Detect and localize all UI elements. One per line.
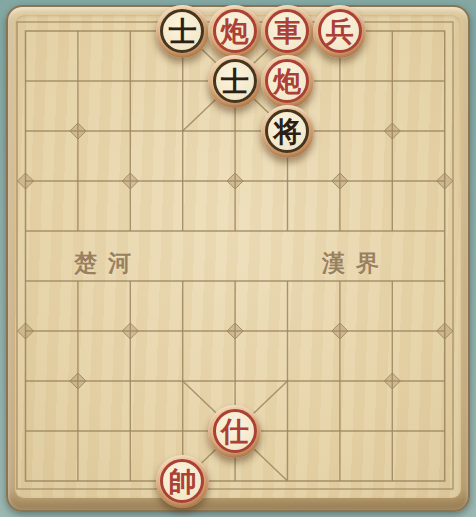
piece-character: 兵 bbox=[326, 18, 354, 46]
piece-black-general[interactable]: 将 bbox=[261, 105, 314, 158]
piece-face: 車 bbox=[265, 9, 309, 53]
piece-face: 兵 bbox=[318, 9, 362, 53]
piece-layer: 士炮車兵士炮将仕帥 bbox=[0, 6, 471, 506]
piece-character: 炮 bbox=[273, 68, 301, 96]
piece-face: 士 bbox=[160, 9, 204, 53]
piece-face: 炮 bbox=[265, 59, 309, 103]
piece-black-advisor[interactable]: 士 bbox=[156, 5, 209, 58]
piece-character: 仕 bbox=[221, 418, 249, 446]
piece-face: 帥 bbox=[160, 459, 204, 503]
piece-red-advisor[interactable]: 仕 bbox=[208, 405, 261, 458]
piece-red-soldier[interactable]: 兵 bbox=[313, 5, 366, 58]
piece-character: 帥 bbox=[168, 468, 196, 496]
xiangqi-app: 楚河 漢界 士炮車兵士炮将仕帥 bbox=[0, 0, 476, 517]
piece-red-cannon[interactable]: 炮 bbox=[208, 5, 261, 58]
piece-face: 仕 bbox=[213, 409, 257, 453]
piece-character: 炮 bbox=[221, 18, 249, 46]
piece-black-advisor[interactable]: 士 bbox=[208, 55, 261, 108]
piece-face: 炮 bbox=[213, 9, 257, 53]
piece-character: 車 bbox=[273, 18, 301, 46]
piece-character: 士 bbox=[168, 18, 196, 46]
piece-red-cannon[interactable]: 炮 bbox=[261, 55, 314, 108]
piece-character: 将 bbox=[273, 118, 301, 146]
piece-character: 士 bbox=[221, 68, 249, 96]
piece-face: 士 bbox=[213, 59, 257, 103]
piece-red-general[interactable]: 帥 bbox=[156, 455, 209, 508]
piece-red-chariot[interactable]: 車 bbox=[261, 5, 314, 58]
piece-face: 将 bbox=[265, 109, 309, 153]
